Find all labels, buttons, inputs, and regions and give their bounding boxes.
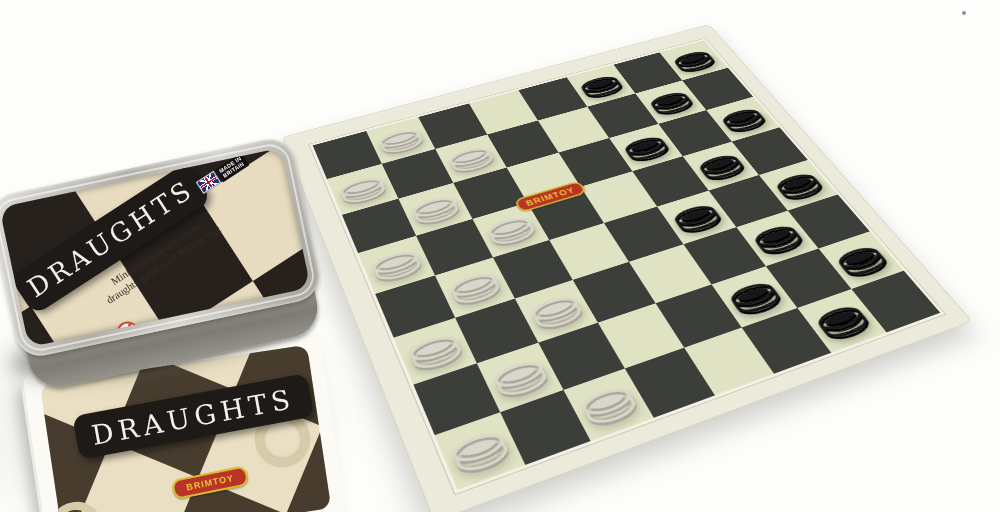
draughts-tin: DRAUGHTS Miniature take-anywhere draught… <box>0 135 324 361</box>
draughts-mat: ⛂⛂⛂⛂⛂⛂⛂⛂⛂⛂⛂⛂⛂⛂⛂⛂⛂⛂⛂⛂⛂⛂⛂⛂ BRIMTOY <box>282 24 973 512</box>
product-photo-scene: ⛂⛂⛂⛂⛂⛂⛂⛂⛂⛂⛂⛂⛂⛂⛂⛂⛂⛂⛂⛂⛂⛂⛂⛂ BRIMTOY DRAUGHT… <box>0 0 1000 512</box>
checker-ring-art-icon <box>184 148 259 154</box>
dust-speck <box>962 11 966 15</box>
tin-brand-text: BRIMTOY <box>201 148 243 154</box>
draughts-board[interactable]: ⛂⛂⛂⛂⛂⛂⛂⛂⛂⛂⛂⛂⛂⛂⛂⛂⛂⛂⛂⛂⛂⛂⛂⛂ <box>309 38 945 494</box>
